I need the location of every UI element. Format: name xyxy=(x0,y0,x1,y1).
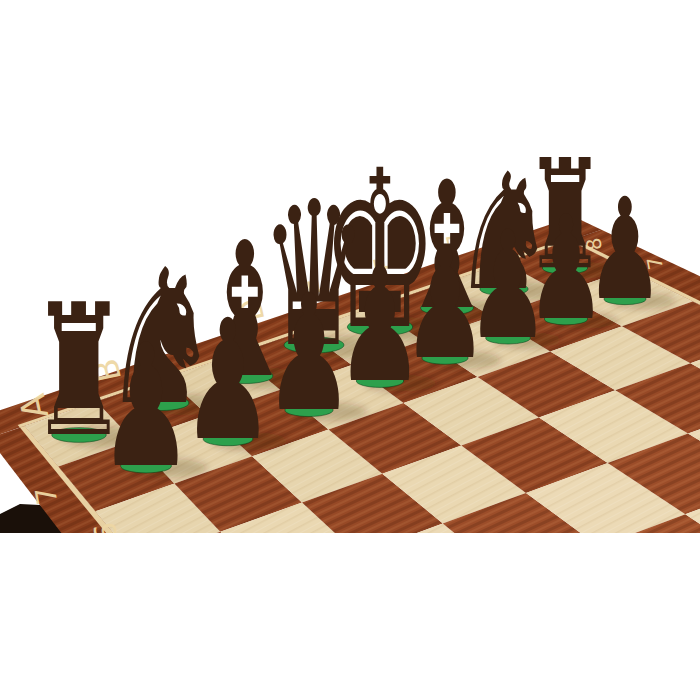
chess-board-photo-canvas: ABCDEFGH7687 ♜♞♟♝♟♚♟♛♟♝♟♞♟♜♟♟ xyxy=(0,0,700,700)
piece-pawn-c7: ♟ xyxy=(264,260,353,448)
piece-pawn-b7: ♟ xyxy=(182,284,274,478)
chess-product-photo: ABCDEFGH7687 ♜♞♟♝♟♚♟♛♟♝♟♞♟♜♟♟ xyxy=(0,0,700,700)
photo-crop-white-band xyxy=(0,533,700,700)
piece-pawn-a7: ♟ xyxy=(99,308,193,505)
